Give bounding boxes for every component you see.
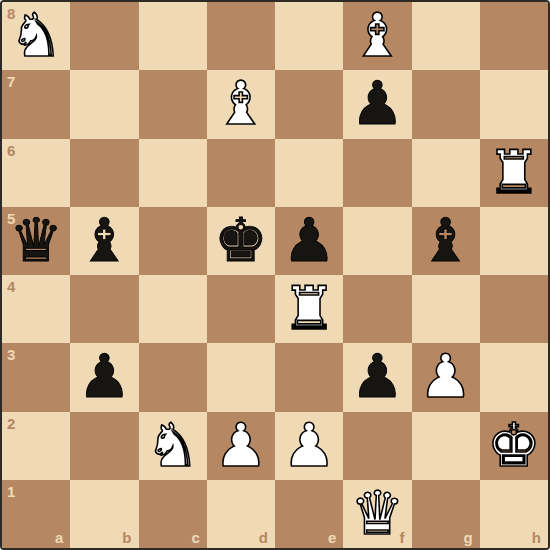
- square-d5[interactable]: ♚: [207, 207, 275, 275]
- piece-black-queen[interactable]: ♛: [9, 210, 63, 270]
- square-a6[interactable]: 6: [2, 139, 70, 207]
- square-f1[interactable]: f♛: [343, 480, 411, 548]
- piece-white-knight[interactable]: ♞: [9, 5, 63, 65]
- square-c7[interactable]: [139, 70, 207, 138]
- square-g7[interactable]: [412, 70, 480, 138]
- piece-black-king[interactable]: ♚: [214, 210, 268, 270]
- chess-board: 8♞♝7♝♟6♜5♛♝♚♟♝4♜3♟♟♟2♞♟♟♚1abcdef♛gh: [0, 0, 550, 550]
- piece-black-bishop[interactable]: ♝: [419, 210, 473, 270]
- square-h6[interactable]: ♜: [480, 139, 548, 207]
- square-d6[interactable]: [207, 139, 275, 207]
- file-label-a: a: [55, 530, 63, 545]
- square-c6[interactable]: [139, 139, 207, 207]
- square-e4[interactable]: ♜: [275, 275, 343, 343]
- piece-black-pawn[interactable]: ♟: [282, 210, 336, 270]
- square-h3[interactable]: [480, 343, 548, 411]
- rank-label-2: 2: [7, 416, 15, 431]
- piece-white-bishop[interactable]: ♝: [350, 5, 404, 65]
- square-e2[interactable]: ♟: [275, 412, 343, 480]
- rank-label-7: 7: [7, 74, 15, 89]
- square-b5[interactable]: ♝: [70, 207, 138, 275]
- square-c5[interactable]: [139, 207, 207, 275]
- square-g2[interactable]: [412, 412, 480, 480]
- square-a5[interactable]: 5♛: [2, 207, 70, 275]
- piece-black-bishop[interactable]: ♝: [77, 210, 131, 270]
- square-g6[interactable]: [412, 139, 480, 207]
- square-h8[interactable]: [480, 2, 548, 70]
- square-a4[interactable]: 4: [2, 275, 70, 343]
- square-d3[interactable]: [207, 343, 275, 411]
- square-g3[interactable]: ♟: [412, 343, 480, 411]
- square-d4[interactable]: [207, 275, 275, 343]
- square-g5[interactable]: ♝: [412, 207, 480, 275]
- square-f8[interactable]: ♝: [343, 2, 411, 70]
- piece-black-pawn[interactable]: ♟: [350, 346, 404, 406]
- square-f6[interactable]: [343, 139, 411, 207]
- square-f3[interactable]: ♟: [343, 343, 411, 411]
- piece-white-queen[interactable]: ♛: [350, 483, 404, 543]
- square-e7[interactable]: [275, 70, 343, 138]
- square-e5[interactable]: ♟: [275, 207, 343, 275]
- square-b1[interactable]: b: [70, 480, 138, 548]
- square-h4[interactable]: [480, 275, 548, 343]
- square-b2[interactable]: [70, 412, 138, 480]
- square-c3[interactable]: [139, 343, 207, 411]
- square-a7[interactable]: 7: [2, 70, 70, 138]
- piece-white-pawn[interactable]: ♟: [214, 415, 268, 475]
- square-h7[interactable]: [480, 70, 548, 138]
- square-e6[interactable]: [275, 139, 343, 207]
- piece-white-bishop[interactable]: ♝: [214, 73, 268, 133]
- square-a3[interactable]: 3: [2, 343, 70, 411]
- piece-white-pawn[interactable]: ♟: [282, 415, 336, 475]
- square-c4[interactable]: [139, 275, 207, 343]
- square-d1[interactable]: d: [207, 480, 275, 548]
- square-a8[interactable]: 8♞: [2, 2, 70, 70]
- piece-white-rook[interactable]: ♜: [282, 278, 336, 338]
- rank-label-3: 3: [7, 347, 15, 362]
- file-label-e: e: [328, 530, 336, 545]
- file-label-h: h: [532, 530, 541, 545]
- piece-white-rook[interactable]: ♜: [487, 142, 541, 202]
- file-label-g: g: [464, 530, 473, 545]
- piece-white-pawn[interactable]: ♟: [419, 346, 473, 406]
- square-h1[interactable]: h: [480, 480, 548, 548]
- square-f7[interactable]: ♟: [343, 70, 411, 138]
- file-label-b: b: [122, 530, 131, 545]
- square-c2[interactable]: ♞: [139, 412, 207, 480]
- square-e3[interactable]: [275, 343, 343, 411]
- square-b3[interactable]: ♟: [70, 343, 138, 411]
- piece-white-knight[interactable]: ♞: [146, 415, 200, 475]
- square-b8[interactable]: [70, 2, 138, 70]
- square-e1[interactable]: e: [275, 480, 343, 548]
- square-b6[interactable]: [70, 139, 138, 207]
- square-a2[interactable]: 2: [2, 412, 70, 480]
- square-f2[interactable]: [343, 412, 411, 480]
- piece-black-pawn[interactable]: ♟: [77, 346, 131, 406]
- piece-black-pawn[interactable]: ♟: [350, 73, 404, 133]
- file-label-c: c: [191, 530, 199, 545]
- rank-label-4: 4: [7, 279, 15, 294]
- square-b7[interactable]: [70, 70, 138, 138]
- square-f5[interactable]: [343, 207, 411, 275]
- square-d2[interactable]: ♟: [207, 412, 275, 480]
- square-h2[interactable]: ♚: [480, 412, 548, 480]
- square-g4[interactable]: [412, 275, 480, 343]
- square-h5[interactable]: [480, 207, 548, 275]
- rank-label-1: 1: [7, 484, 15, 499]
- square-c8[interactable]: [139, 2, 207, 70]
- square-b4[interactable]: [70, 275, 138, 343]
- file-label-d: d: [259, 530, 268, 545]
- square-d8[interactable]: [207, 2, 275, 70]
- square-d7[interactable]: ♝: [207, 70, 275, 138]
- square-f4[interactable]: [343, 275, 411, 343]
- square-a1[interactable]: 1a: [2, 480, 70, 548]
- square-g8[interactable]: [412, 2, 480, 70]
- square-g1[interactable]: g: [412, 480, 480, 548]
- square-e8[interactable]: [275, 2, 343, 70]
- rank-label-6: 6: [7, 143, 15, 158]
- piece-white-king[interactable]: ♚: [487, 415, 541, 475]
- square-c1[interactable]: c: [139, 480, 207, 548]
